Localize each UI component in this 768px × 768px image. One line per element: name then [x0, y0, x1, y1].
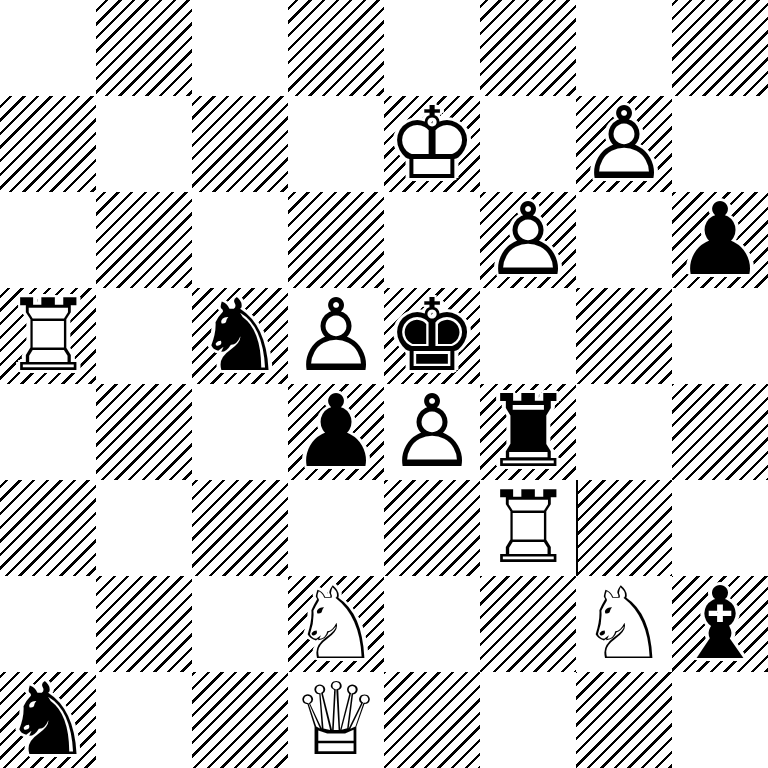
square-a3[interactable] [0, 480, 96, 576]
white-knight-piece[interactable]: ♘ [288, 576, 384, 672]
square-h3[interactable] [672, 480, 768, 576]
square-f3[interactable]: ♜♖ [480, 480, 576, 576]
square-f1[interactable] [480, 672, 576, 768]
square-e2[interactable] [384, 576, 480, 672]
white-pawn-fill: ♟ [288, 288, 384, 384]
white-knight-fill: ♞ [576, 576, 672, 672]
black-pawn-piece[interactable]: ♟ [288, 384, 384, 480]
black-knight-piece[interactable]: ♞ [192, 288, 288, 384]
square-e3[interactable] [384, 480, 480, 576]
square-e8[interactable] [384, 0, 480, 96]
square-g4[interactable] [576, 384, 672, 480]
white-queen-piece[interactable]: ♕ [288, 672, 384, 768]
square-e1[interactable] [384, 672, 480, 768]
square-h4[interactable] [672, 384, 768, 480]
square-f6[interactable]: ♟♙ [480, 192, 576, 288]
white-knight-piece[interactable]: ♘ [576, 576, 672, 672]
white-rook-fill: ♜ [480, 480, 576, 576]
square-f5[interactable] [480, 288, 576, 384]
chess-board: ♚♔♟♙♟♙♟♜♖♞♟♙♚♟♟♙♜♜♖♞♘♞♘♝♞♛♕ [0, 0, 768, 768]
black-king-piece[interactable]: ♚ [384, 288, 480, 384]
square-g2[interactable]: ♞♘ [576, 576, 672, 672]
square-c3[interactable] [192, 480, 288, 576]
square-d7[interactable] [288, 96, 384, 192]
white-queen-fill: ♛ [288, 672, 384, 768]
square-c8[interactable] [192, 0, 288, 96]
square-f7[interactable] [480, 96, 576, 192]
square-a6[interactable] [0, 192, 96, 288]
square-d4[interactable]: ♟ [288, 384, 384, 480]
white-pawn-piece[interactable]: ♙ [480, 192, 576, 288]
square-b6[interactable] [96, 192, 192, 288]
square-f2[interactable] [480, 576, 576, 672]
white-king-piece[interactable]: ♔ [384, 96, 480, 192]
square-a7[interactable] [0, 96, 96, 192]
square-a1[interactable]: ♞ [0, 672, 96, 768]
white-rook-piece[interactable]: ♖ [0, 288, 96, 384]
black-bishop-piece[interactable]: ♝ [672, 576, 768, 672]
square-b7[interactable] [96, 96, 192, 192]
square-e5[interactable]: ♚ [384, 288, 480, 384]
square-b3[interactable] [96, 480, 192, 576]
square-e4[interactable]: ♟♙ [384, 384, 480, 480]
square-c2[interactable] [192, 576, 288, 672]
square-c5[interactable]: ♞ [192, 288, 288, 384]
white-pawn-fill: ♟ [384, 384, 480, 480]
white-knight-fill: ♞ [288, 576, 384, 672]
square-h5[interactable] [672, 288, 768, 384]
square-h8[interactable] [672, 0, 768, 96]
square-c4[interactable] [192, 384, 288, 480]
square-a4[interactable] [0, 384, 96, 480]
black-pawn-piece[interactable]: ♟ [672, 192, 768, 288]
square-b4[interactable] [96, 384, 192, 480]
square-c1[interactable] [192, 672, 288, 768]
square-a5[interactable]: ♜♖ [0, 288, 96, 384]
square-d1[interactable]: ♛♕ [288, 672, 384, 768]
square-h2[interactable]: ♝ [672, 576, 768, 672]
square-g7[interactable]: ♟♙ [576, 96, 672, 192]
square-h7[interactable] [672, 96, 768, 192]
square-c7[interactable] [192, 96, 288, 192]
square-g3[interactable] [576, 480, 672, 576]
square-d5[interactable]: ♟♙ [288, 288, 384, 384]
black-rook-piece[interactable]: ♜ [480, 384, 576, 480]
square-d6[interactable] [288, 192, 384, 288]
square-b5[interactable] [96, 288, 192, 384]
square-g8[interactable] [576, 0, 672, 96]
white-pawn-piece[interactable]: ♙ [384, 384, 480, 480]
square-d2[interactable]: ♞♘ [288, 576, 384, 672]
square-b1[interactable] [96, 672, 192, 768]
square-h1[interactable] [672, 672, 768, 768]
square-a8[interactable] [0, 0, 96, 96]
white-king-fill: ♚ [384, 96, 480, 192]
square-h6[interactable]: ♟ [672, 192, 768, 288]
square-f8[interactable] [480, 0, 576, 96]
white-pawn-piece[interactable]: ♙ [288, 288, 384, 384]
black-knight-piece[interactable]: ♞ [0, 672, 96, 768]
square-g1[interactable] [576, 672, 672, 768]
square-g5[interactable] [576, 288, 672, 384]
white-rook-fill: ♜ [0, 288, 96, 384]
square-g6[interactable] [576, 192, 672, 288]
square-b2[interactable] [96, 576, 192, 672]
square-a2[interactable] [0, 576, 96, 672]
square-c6[interactable] [192, 192, 288, 288]
square-f4[interactable]: ♜ [480, 384, 576, 480]
square-e7[interactable]: ♚♔ [384, 96, 480, 192]
white-rook-piece[interactable]: ♖ [480, 480, 576, 576]
square-b8[interactable] [96, 0, 192, 96]
square-e6[interactable] [384, 192, 480, 288]
white-pawn-piece[interactable]: ♙ [576, 96, 672, 192]
white-pawn-fill: ♟ [576, 96, 672, 192]
white-pawn-fill: ♟ [480, 192, 576, 288]
square-d3[interactable] [288, 480, 384, 576]
square-d8[interactable] [288, 0, 384, 96]
